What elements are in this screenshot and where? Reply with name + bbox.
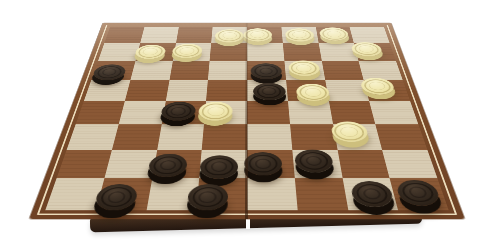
- black-checker-piece[interactable]: [294, 150, 334, 173]
- black-checker-piece[interactable]: [186, 184, 228, 210]
- cream-checker-piece[interactable]: [296, 84, 331, 101]
- cream-checker-piece[interactable]: [285, 28, 315, 41]
- checkers-board: [29, 23, 464, 219]
- black-checker-piece[interactable]: [251, 63, 283, 79]
- black-checker-piece[interactable]: [91, 64, 127, 80]
- cream-checker-piece[interactable]: [330, 122, 370, 142]
- cream-checker-piece[interactable]: [359, 78, 396, 95]
- cream-checker-piece[interactable]: [243, 28, 272, 41]
- cream-checker-piece[interactable]: [288, 61, 321, 76]
- cream-checker-piece[interactable]: [134, 45, 167, 59]
- black-checker-piece[interactable]: [199, 155, 238, 178]
- black-checker-piece[interactable]: [160, 102, 197, 121]
- board-perspective-wrapper: [29, 23, 464, 219]
- black-checker-piece[interactable]: [350, 181, 396, 207]
- cream-checker-piece[interactable]: [198, 102, 233, 121]
- scene: [0, 0, 500, 249]
- black-checker-piece[interactable]: [395, 180, 443, 206]
- piece-layer: [45, 27, 448, 210]
- black-checker-piece[interactable]: [93, 184, 139, 210]
- cream-checker-piece[interactable]: [171, 44, 203, 58]
- cream-checker-piece[interactable]: [215, 29, 244, 42]
- cream-checker-piece[interactable]: [350, 42, 383, 56]
- cream-checker-piece[interactable]: [319, 28, 350, 41]
- black-checker-piece[interactable]: [244, 152, 282, 175]
- black-checker-piece[interactable]: [253, 83, 286, 100]
- black-checker-piece[interactable]: [147, 154, 188, 177]
